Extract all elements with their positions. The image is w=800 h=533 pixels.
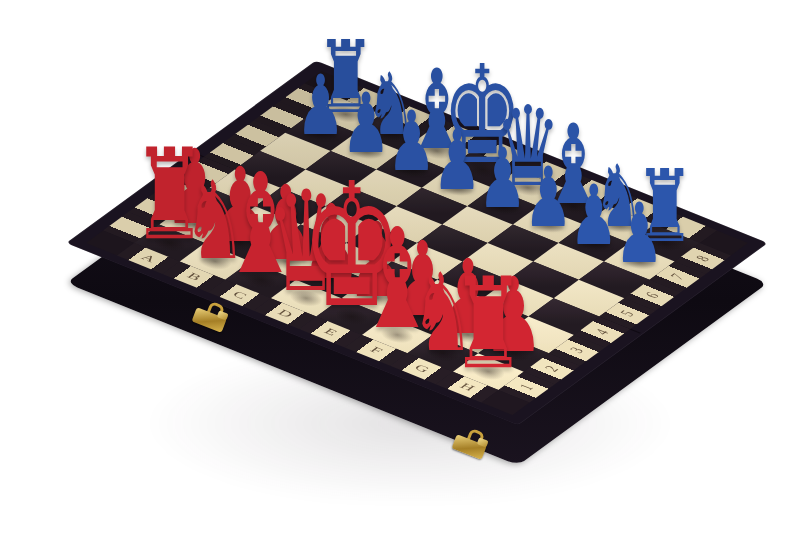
rook-glyph: ♜ <box>436 261 542 386</box>
photo-scene: ♜♞♝♚♛♝♞♜8♟♟♟♟♟♟♟♟76543♟♟♟♟♟♟♟♟2♜♞♝♛♚♝♞♜1… <box>0 0 800 533</box>
